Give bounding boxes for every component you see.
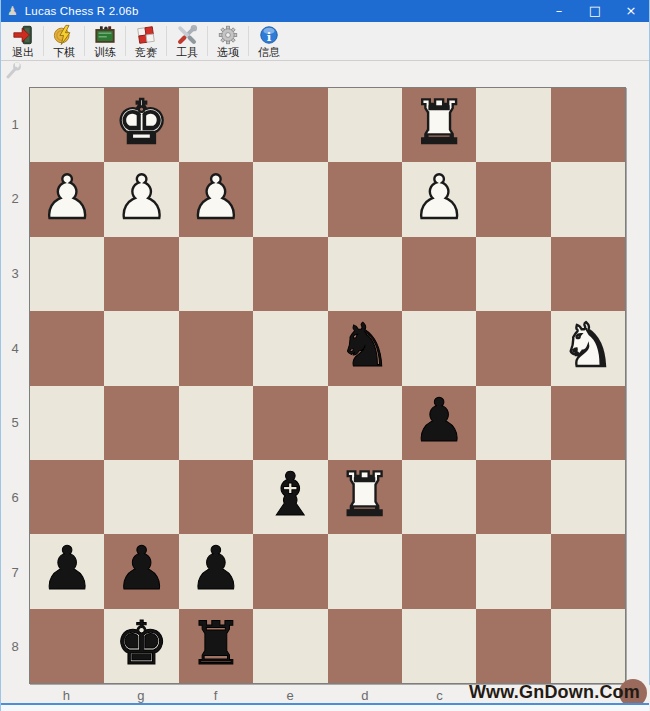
board-area: 12345678 ♚♜♟♟♟♟♞♞♟♝♜♟♟♟♚♜ hgfedcba Www.G… bbox=[1, 61, 649, 711]
toolbar-separator bbox=[207, 26, 208, 56]
square-b6[interactable] bbox=[476, 460, 550, 534]
app-pawn-icon: ♟ bbox=[7, 5, 18, 17]
square-e5[interactable] bbox=[253, 386, 327, 460]
window-controls: – □ × bbox=[541, 0, 649, 22]
rank-label-5: 5 bbox=[1, 386, 29, 461]
square-a3[interactable] bbox=[551, 237, 625, 311]
training-icon bbox=[94, 25, 116, 46]
square-h4[interactable] bbox=[30, 311, 104, 385]
svg-text:i: i bbox=[267, 30, 272, 44]
square-e4[interactable] bbox=[253, 311, 327, 385]
square-f3[interactable] bbox=[179, 237, 253, 311]
toolbar-label-options: 选项 bbox=[217, 46, 239, 59]
maximize-button[interactable]: □ bbox=[577, 0, 613, 22]
toolbar-label-play: 下棋 bbox=[53, 46, 75, 59]
rank-label-7: 7 bbox=[1, 535, 29, 610]
square-e2[interactable] bbox=[253, 162, 327, 236]
square-h6[interactable] bbox=[30, 460, 104, 534]
white-pawn-h2[interactable]: ♟ bbox=[40, 167, 94, 227]
square-f2[interactable]: ♟ bbox=[179, 162, 253, 236]
toolbar: 退出 下棋 训练 竞赛 工具 bbox=[1, 22, 649, 61]
window-title: Lucas Chess R 2.06b bbox=[25, 5, 139, 17]
square-c7[interactable] bbox=[402, 534, 476, 608]
white-rook-d6[interactable]: ♜ bbox=[338, 464, 392, 524]
minimize-button[interactable]: – bbox=[541, 0, 577, 22]
toolbar-separator bbox=[248, 26, 249, 56]
white-pawn-c2[interactable]: ♟ bbox=[412, 167, 466, 227]
square-g5[interactable] bbox=[104, 386, 178, 460]
toolbar-button-play[interactable]: 下棋 bbox=[45, 22, 83, 60]
square-d1[interactable] bbox=[328, 88, 402, 162]
watermark-text: Www.GnDown.Com bbox=[469, 682, 640, 703]
toolbar-separator bbox=[43, 26, 44, 56]
exit-icon bbox=[12, 25, 34, 46]
square-g8[interactable]: ♚ bbox=[104, 609, 178, 683]
square-d7[interactable] bbox=[328, 534, 402, 608]
toolbar-label-exit: 退出 bbox=[12, 46, 34, 59]
square-e7[interactable] bbox=[253, 534, 327, 608]
black-bishop-e6[interactable]: ♝ bbox=[263, 464, 317, 524]
square-d8[interactable] bbox=[328, 609, 402, 683]
square-e6[interactable]: ♝ bbox=[253, 460, 327, 534]
square-b1[interactable] bbox=[476, 88, 550, 162]
square-g2[interactable]: ♟ bbox=[104, 162, 178, 236]
square-h3[interactable] bbox=[30, 237, 104, 311]
rank-label-3: 3 bbox=[1, 236, 29, 311]
square-f5[interactable] bbox=[179, 386, 253, 460]
square-b7[interactable] bbox=[476, 534, 550, 608]
play-icon bbox=[53, 25, 75, 46]
square-f4[interactable] bbox=[179, 311, 253, 385]
board-config-wrench-icon[interactable] bbox=[4, 62, 21, 85]
black-pawn-g7[interactable]: ♟ bbox=[115, 538, 169, 598]
square-b3[interactable] bbox=[476, 237, 550, 311]
title-bar: ♟ Lucas Chess R 2.06b – □ × bbox=[1, 0, 649, 22]
toolbar-button-options[interactable]: 选项 bbox=[209, 22, 247, 60]
rank-label-1: 1 bbox=[1, 87, 29, 162]
black-pawn-f7[interactable]: ♟ bbox=[189, 538, 243, 598]
square-c3[interactable] bbox=[402, 237, 476, 311]
square-e1[interactable] bbox=[253, 88, 327, 162]
square-b2[interactable] bbox=[476, 162, 550, 236]
rank-label-2: 2 bbox=[1, 162, 29, 237]
toolbar-button-tools[interactable]: 工具 bbox=[168, 22, 206, 60]
square-c2[interactable]: ♟ bbox=[402, 162, 476, 236]
square-d2[interactable] bbox=[328, 162, 402, 236]
square-c8[interactable] bbox=[402, 609, 476, 683]
toolbar-label-tools: 工具 bbox=[176, 46, 198, 59]
square-h1[interactable] bbox=[30, 88, 104, 162]
square-d6[interactable]: ♜ bbox=[328, 460, 402, 534]
black-rook-f8[interactable]: ♜ bbox=[189, 613, 243, 673]
toolbar-label-info: 信息 bbox=[258, 46, 280, 59]
white-pawn-f2[interactable]: ♟ bbox=[189, 167, 243, 227]
toolbar-button-exit[interactable]: 退出 bbox=[4, 22, 42, 60]
square-h7[interactable]: ♟ bbox=[30, 534, 104, 608]
rank-label-6: 6 bbox=[1, 460, 29, 535]
white-rook-c1[interactable]: ♜ bbox=[412, 92, 466, 152]
rank-label-8: 8 bbox=[1, 609, 29, 684]
square-g3[interactable] bbox=[104, 237, 178, 311]
square-a8[interactable] bbox=[551, 609, 625, 683]
toolbar-button-competition[interactable]: 竞赛 bbox=[127, 22, 165, 60]
square-f8[interactable]: ♜ bbox=[179, 609, 253, 683]
app-window: ♟ Lucas Chess R 2.06b – □ × 退出 下棋 训练 bbox=[0, 0, 650, 711]
square-a2[interactable] bbox=[551, 162, 625, 236]
square-a7[interactable] bbox=[551, 534, 625, 608]
square-b5[interactable] bbox=[476, 386, 550, 460]
square-f1[interactable] bbox=[179, 88, 253, 162]
info-icon: i bbox=[258, 25, 280, 46]
square-d5[interactable] bbox=[328, 386, 402, 460]
options-icon bbox=[217, 25, 239, 46]
rank-labels: 12345678 bbox=[1, 87, 29, 684]
square-c6[interactable] bbox=[402, 460, 476, 534]
square-g7[interactable]: ♟ bbox=[104, 534, 178, 608]
square-f6[interactable] bbox=[179, 460, 253, 534]
square-c5[interactable]: ♟ bbox=[402, 386, 476, 460]
square-a6[interactable] bbox=[551, 460, 625, 534]
black-king-g8[interactable]: ♚ bbox=[115, 613, 169, 673]
square-h5[interactable] bbox=[30, 386, 104, 460]
toolbar-separator bbox=[84, 26, 85, 56]
tools-icon bbox=[176, 25, 198, 46]
square-h8[interactable] bbox=[30, 609, 104, 683]
close-button[interactable]: × bbox=[613, 0, 649, 22]
white-king-g1[interactable]: ♚ bbox=[115, 92, 169, 152]
square-f7[interactable]: ♟ bbox=[179, 534, 253, 608]
square-c4[interactable] bbox=[402, 311, 476, 385]
window-bottom-border bbox=[1, 703, 649, 711]
square-g4[interactable] bbox=[104, 311, 178, 385]
toolbar-separator bbox=[125, 26, 126, 56]
toolbar-label-competition: 竞赛 bbox=[135, 46, 157, 59]
square-a4[interactable]: ♞ bbox=[551, 311, 625, 385]
toolbar-label-training: 训练 bbox=[94, 46, 116, 59]
square-g1[interactable]: ♚ bbox=[104, 88, 178, 162]
toolbar-separator bbox=[166, 26, 167, 56]
square-g6[interactable] bbox=[104, 460, 178, 534]
white-pawn-g2[interactable]: ♟ bbox=[115, 167, 169, 227]
square-d3[interactable] bbox=[328, 237, 402, 311]
square-d4[interactable]: ♞ bbox=[328, 311, 402, 385]
chess-board: ♚♜♟♟♟♟♞♞♟♝♜♟♟♟♚♜ bbox=[29, 87, 626, 684]
square-b8[interactable] bbox=[476, 609, 550, 683]
square-e3[interactable] bbox=[253, 237, 327, 311]
black-pawn-c5[interactable]: ♟ bbox=[412, 390, 466, 450]
toolbar-button-training[interactable]: 训练 bbox=[86, 22, 124, 60]
square-b4[interactable] bbox=[476, 311, 550, 385]
square-e8[interactable] bbox=[253, 609, 327, 683]
white-knight-a4[interactable]: ♞ bbox=[561, 315, 615, 375]
competition-icon bbox=[135, 25, 157, 46]
square-a1[interactable] bbox=[551, 88, 625, 162]
square-a5[interactable] bbox=[551, 386, 625, 460]
black-knight-d4[interactable]: ♞ bbox=[338, 315, 392, 375]
square-h2[interactable]: ♟ bbox=[30, 162, 104, 236]
rank-label-4: 4 bbox=[1, 311, 29, 386]
toolbar-button-info[interactable]: i 信息 bbox=[250, 22, 288, 60]
black-pawn-h7[interactable]: ♟ bbox=[40, 538, 94, 598]
square-c1[interactable]: ♜ bbox=[402, 88, 476, 162]
